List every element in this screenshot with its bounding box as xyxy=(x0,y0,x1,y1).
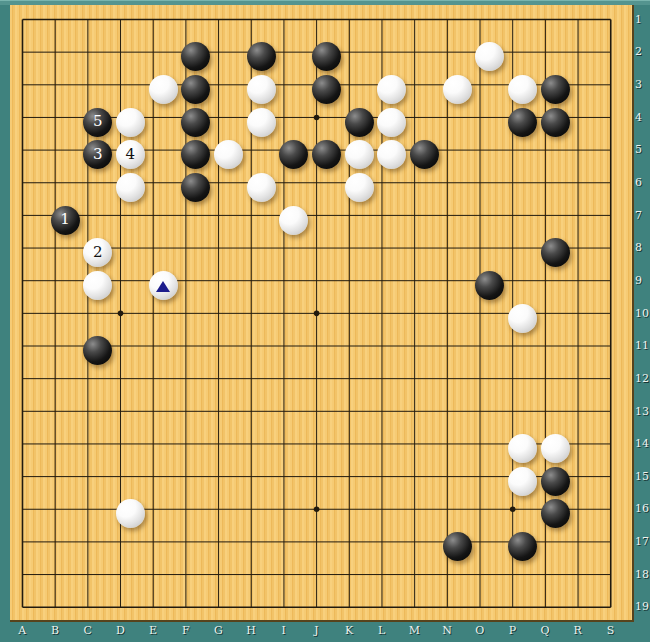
stone-white xyxy=(541,434,570,463)
column-label-C: C xyxy=(71,622,104,642)
stone-white xyxy=(247,173,276,202)
stone-white xyxy=(116,499,145,528)
board-point-D5: 4 xyxy=(114,139,147,172)
column-label-H: H xyxy=(235,622,268,642)
stone-black xyxy=(181,75,210,104)
stone-black xyxy=(345,108,374,137)
row-label-8: 8 xyxy=(635,231,650,264)
stone-black xyxy=(181,108,210,137)
stone-white xyxy=(345,140,374,169)
board-point-C9 xyxy=(81,269,114,302)
board-point-F4 xyxy=(179,106,212,139)
stone-white xyxy=(116,108,145,137)
board-point-P4 xyxy=(506,106,539,139)
row-label-4: 4 xyxy=(635,101,650,134)
board-point-C11 xyxy=(81,334,114,367)
row-label-14: 14 xyxy=(635,427,650,460)
board-point-H2 xyxy=(245,41,278,74)
stone-black xyxy=(410,140,439,169)
stone-black xyxy=(83,336,112,365)
board-point-Q16 xyxy=(539,498,572,531)
stone-white: 4 xyxy=(116,140,145,169)
stone-black xyxy=(508,532,537,561)
row-label-15: 15 xyxy=(635,460,650,493)
column-label-N: N xyxy=(431,622,464,642)
board-point-P3 xyxy=(506,73,539,106)
stone-white xyxy=(149,271,178,300)
go-board[interactable]: 53412 xyxy=(10,5,634,622)
board-point-P14 xyxy=(506,432,539,465)
board-point-C8: 2 xyxy=(81,236,114,269)
board-point-E3 xyxy=(147,73,180,106)
stone-black xyxy=(181,42,210,71)
row-label-16: 16 xyxy=(635,493,650,526)
stone-black xyxy=(541,467,570,496)
stone-black xyxy=(541,75,570,104)
board-point-E9 xyxy=(147,269,180,302)
stone-black xyxy=(312,140,341,169)
stone-white xyxy=(149,75,178,104)
row-label-19: 19 xyxy=(635,591,650,624)
board-point-B7: 1 xyxy=(49,204,82,237)
board-point-O2 xyxy=(473,41,506,74)
stone-black: 3 xyxy=(83,140,112,169)
board-point-Q4 xyxy=(539,106,572,139)
board-point-J2 xyxy=(310,41,343,74)
stone-white xyxy=(508,304,537,333)
column-label-O: O xyxy=(463,622,496,642)
stone-white xyxy=(116,173,145,202)
row-label-1: 1 xyxy=(635,3,650,36)
board-point-J5 xyxy=(310,139,343,172)
board-point-P15 xyxy=(506,465,539,498)
stone-black xyxy=(541,499,570,528)
move-number-label: 2 xyxy=(93,245,103,260)
column-label-D: D xyxy=(104,622,137,642)
board-point-Q3 xyxy=(539,73,572,106)
row-label-2: 2 xyxy=(635,36,650,69)
column-label-B: B xyxy=(39,622,72,642)
board-point-Q14 xyxy=(539,432,572,465)
stone-white: 2 xyxy=(83,238,112,267)
column-label-L: L xyxy=(365,622,398,642)
row-label-9: 9 xyxy=(635,264,650,297)
board-point-J3 xyxy=(310,73,343,106)
stone-black xyxy=(312,42,341,71)
stone-white xyxy=(214,140,243,169)
stone-black xyxy=(181,140,210,169)
stone-black xyxy=(181,173,210,202)
board-point-H6 xyxy=(245,171,278,204)
row-label-18: 18 xyxy=(635,558,650,591)
column-label-E: E xyxy=(137,622,170,642)
board-point-H4 xyxy=(245,106,278,139)
board-point-C5: 3 xyxy=(81,139,114,172)
column-labels: ABCDEFGHIJKLMNOPQRS xyxy=(6,622,628,642)
row-label-5: 5 xyxy=(635,134,650,167)
board-point-G5 xyxy=(212,139,245,172)
row-label-7: 7 xyxy=(635,199,650,232)
column-label-Q: Q xyxy=(529,622,562,642)
row-label-13: 13 xyxy=(635,395,650,428)
row-label-11: 11 xyxy=(635,329,650,362)
stone-white xyxy=(508,467,537,496)
stone-black: 1 xyxy=(51,206,80,235)
column-label-M: M xyxy=(398,622,431,642)
board-point-M5 xyxy=(408,139,441,172)
board-point-F2 xyxy=(179,41,212,74)
board-point-P17 xyxy=(506,530,539,563)
stone-white xyxy=(377,140,406,169)
board-point-I5 xyxy=(277,139,310,172)
move-number-label: 3 xyxy=(93,147,103,162)
board-point-H3 xyxy=(245,73,278,106)
stone-white xyxy=(508,75,537,104)
column-label-G: G xyxy=(202,622,235,642)
board-point-K4 xyxy=(343,106,376,139)
board-point-O9 xyxy=(473,269,506,302)
stones-layer: 53412 xyxy=(16,8,637,628)
stone-black xyxy=(541,238,570,267)
column-label-I: I xyxy=(267,622,300,642)
board-point-D16 xyxy=(114,498,147,531)
stone-white xyxy=(377,75,406,104)
stone-white xyxy=(83,271,112,300)
stone-black xyxy=(312,75,341,104)
stone-white xyxy=(377,108,406,137)
stone-black: 5 xyxy=(83,108,112,137)
board-point-Q15 xyxy=(539,465,572,498)
stone-white xyxy=(443,75,472,104)
board-point-F5 xyxy=(179,139,212,172)
stone-black xyxy=(443,532,472,561)
stone-black xyxy=(541,108,570,137)
row-label-12: 12 xyxy=(635,362,650,395)
column-label-A: A xyxy=(6,622,39,642)
stone-white xyxy=(247,75,276,104)
move-number-label: 1 xyxy=(60,212,70,227)
row-label-6: 6 xyxy=(635,166,650,199)
column-label-J: J xyxy=(300,622,333,642)
board-point-N3 xyxy=(441,73,474,106)
stone-white xyxy=(345,173,374,202)
go-diagram-window: 53412 ABCDEFGHIJKLMNOPQRS 12345678910111… xyxy=(0,0,650,642)
stone-white xyxy=(279,206,308,235)
row-labels: 12345678910111213141516171819 xyxy=(635,3,650,623)
move-number-label: 5 xyxy=(93,114,103,129)
board-point-L3 xyxy=(375,73,408,106)
move-number-label: 4 xyxy=(126,147,136,162)
board-point-L4 xyxy=(375,106,408,139)
board-point-D6 xyxy=(114,171,147,204)
column-label-F: F xyxy=(169,622,202,642)
board-point-I7 xyxy=(277,204,310,237)
row-label-10: 10 xyxy=(635,297,650,330)
board-point-F6 xyxy=(179,171,212,204)
triangle-marker-icon xyxy=(156,281,170,292)
row-label-3: 3 xyxy=(635,68,650,101)
stone-white xyxy=(508,434,537,463)
board-point-F3 xyxy=(179,73,212,106)
stone-white xyxy=(475,42,504,71)
board-point-N17 xyxy=(441,530,474,563)
board-point-Q8 xyxy=(539,236,572,269)
stone-black xyxy=(279,140,308,169)
column-label-S: S xyxy=(594,622,627,642)
board-point-K5 xyxy=(343,139,376,172)
board-point-K6 xyxy=(343,171,376,204)
stone-black xyxy=(475,271,504,300)
stone-black xyxy=(508,108,537,137)
board-point-L5 xyxy=(375,139,408,172)
stone-black xyxy=(247,42,276,71)
board-point-P10 xyxy=(506,302,539,335)
board-point-C4: 5 xyxy=(81,106,114,139)
row-label-17: 17 xyxy=(635,525,650,558)
column-label-P: P xyxy=(496,622,529,642)
column-label-K: K xyxy=(333,622,366,642)
board-point-D4 xyxy=(114,106,147,139)
column-label-R: R xyxy=(561,622,594,642)
stone-white xyxy=(247,108,276,137)
